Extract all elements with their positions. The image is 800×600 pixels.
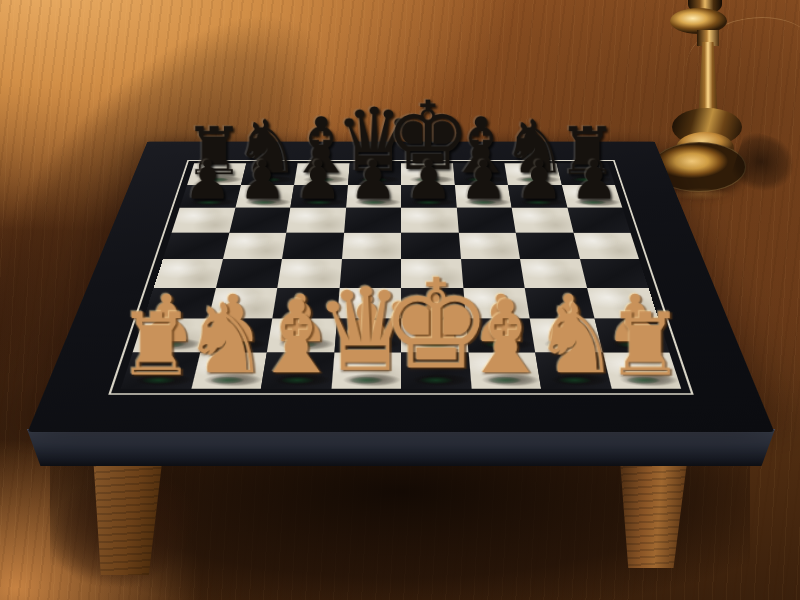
square-f6[interactable] [456,208,515,233]
square-f1[interactable]: ♝ [468,352,541,389]
board-perspective: ♜♞♝♛♚♝♞♜♟♟♟♟♟♟♟♟♟♟♟♟♟♟♟♟♜♞♝♛♚♝♞♜ [0,0,800,600]
square-e6[interactable] [401,208,458,233]
square-b6[interactable] [229,208,290,233]
square-b7[interactable]: ♟ [235,185,294,208]
square-d7[interactable]: ♟ [346,185,401,208]
square-c5[interactable] [282,232,344,259]
square-g7[interactable]: ♟ [508,185,567,208]
square-c7[interactable]: ♟ [290,185,347,208]
board-pinstripe-border: ♜♞♝♛♚♝♞♜♟♟♟♟♟♟♟♟♟♟♟♟♟♟♟♟♜♞♝♛♚♝♞♜ [108,160,694,395]
piece-black-pawn-a7[interactable]: ♟ [183,153,231,207]
square-h1[interactable]: ♜ [602,352,681,389]
piece-black-pawn-d7[interactable]: ♟ [349,153,397,207]
square-d6[interactable] [344,208,401,233]
square-a7[interactable]: ♟ [180,185,241,208]
square-a5[interactable] [163,232,229,259]
piece-white-rook-h1[interactable]: ♜ [607,301,685,388]
square-g5[interactable] [516,232,580,259]
piece-black-pawn-h7[interactable]: ♟ [570,153,618,207]
piece-black-pawn-c7[interactable]: ♟ [294,153,342,207]
board-grid: ♜♞♝♛♚♝♞♜♟♟♟♟♟♟♟♟♟♟♟♟♟♟♟♟♜♞♝♛♚♝♞♜ [121,163,681,389]
square-c6[interactable] [286,208,345,233]
piece-black-pawn-f7[interactable]: ♟ [460,153,508,207]
square-h5[interactable] [573,232,639,259]
square-b5[interactable] [223,232,287,259]
square-h7[interactable]: ♟ [561,185,622,208]
square-f7[interactable]: ♟ [454,185,511,208]
piece-black-pawn-e7[interactable]: ♟ [404,153,452,207]
square-g6[interactable] [512,208,573,233]
square-g1[interactable]: ♞ [535,352,611,389]
piece-black-pawn-g7[interactable]: ♟ [515,153,563,207]
piece-black-pawn-b7[interactable]: ♟ [239,153,287,207]
square-e7[interactable]: ♟ [401,185,456,208]
chess-board: ♜♞♝♛♚♝♞♜♟♟♟♟♟♟♟♟♟♟♟♟♟♟♟♟♜♞♝♛♚♝♞♜ [28,142,775,432]
square-h6[interactable] [567,208,630,233]
photo-scene: ♜♞♝♛♚♝♞♜♟♟♟♟♟♟♟♟♟♟♟♟♟♟♟♟♜♞♝♛♚♝♞♜ [0,0,800,600]
square-a6[interactable] [172,208,235,233]
